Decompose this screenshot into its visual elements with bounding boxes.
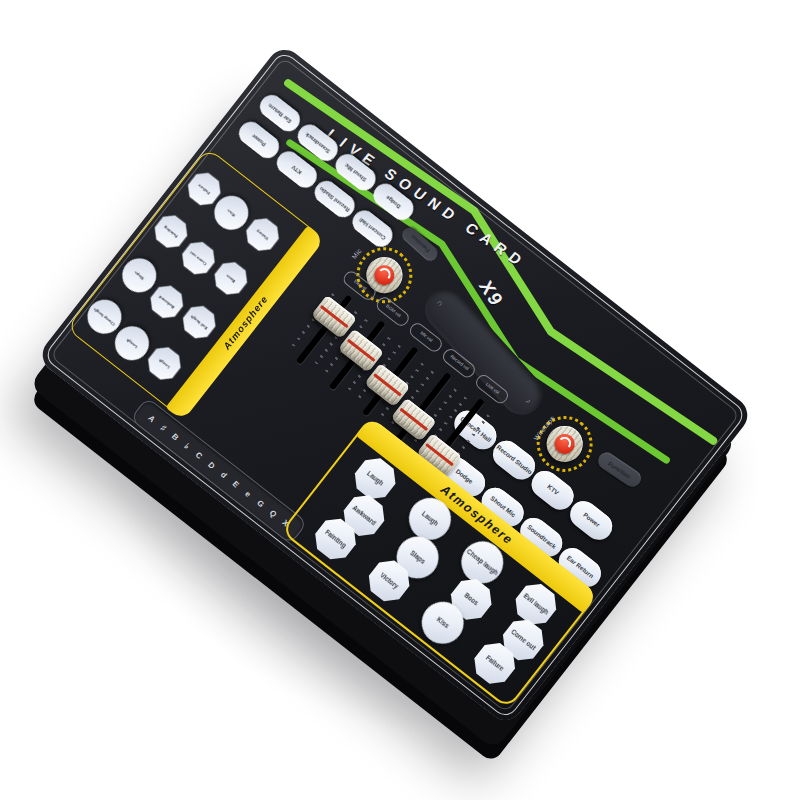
knob-red-top (551, 430, 579, 458)
key-letter: C (194, 450, 204, 460)
headphone-icon: ∩ (435, 298, 446, 308)
key-letter: G (255, 498, 266, 509)
key-letter: E (231, 479, 241, 489)
knob-red-top (370, 261, 398, 289)
key-letter: ♭ (183, 442, 192, 451)
key-letter: e (243, 489, 253, 498)
product-photo: LIVE SOUND CARD X9 Concert HallRecord St… (0, 0, 800, 800)
music-note-icon: ♪ (524, 397, 533, 406)
key-letter: A (147, 413, 157, 423)
mirrored-atmosphere-button[interactable]: Fainting (149, 209, 194, 254)
key-letter: B (170, 432, 180, 442)
key-letter: D (207, 460, 217, 470)
mirrored-atmosphere-button[interactable]: Evil laugh (177, 300, 222, 345)
mirrored-atmosphere-button[interactable]: Come out (176, 236, 221, 281)
key-letter: Q (268, 508, 279, 519)
mirrored-atmosphere-button[interactable]: Boos (208, 256, 253, 301)
key-letter: d (219, 470, 229, 480)
key-letter: ♯ (159, 423, 168, 432)
sound-card-body: LIVE SOUND CARD X9 Concert HallRecord St… (35, 43, 754, 728)
